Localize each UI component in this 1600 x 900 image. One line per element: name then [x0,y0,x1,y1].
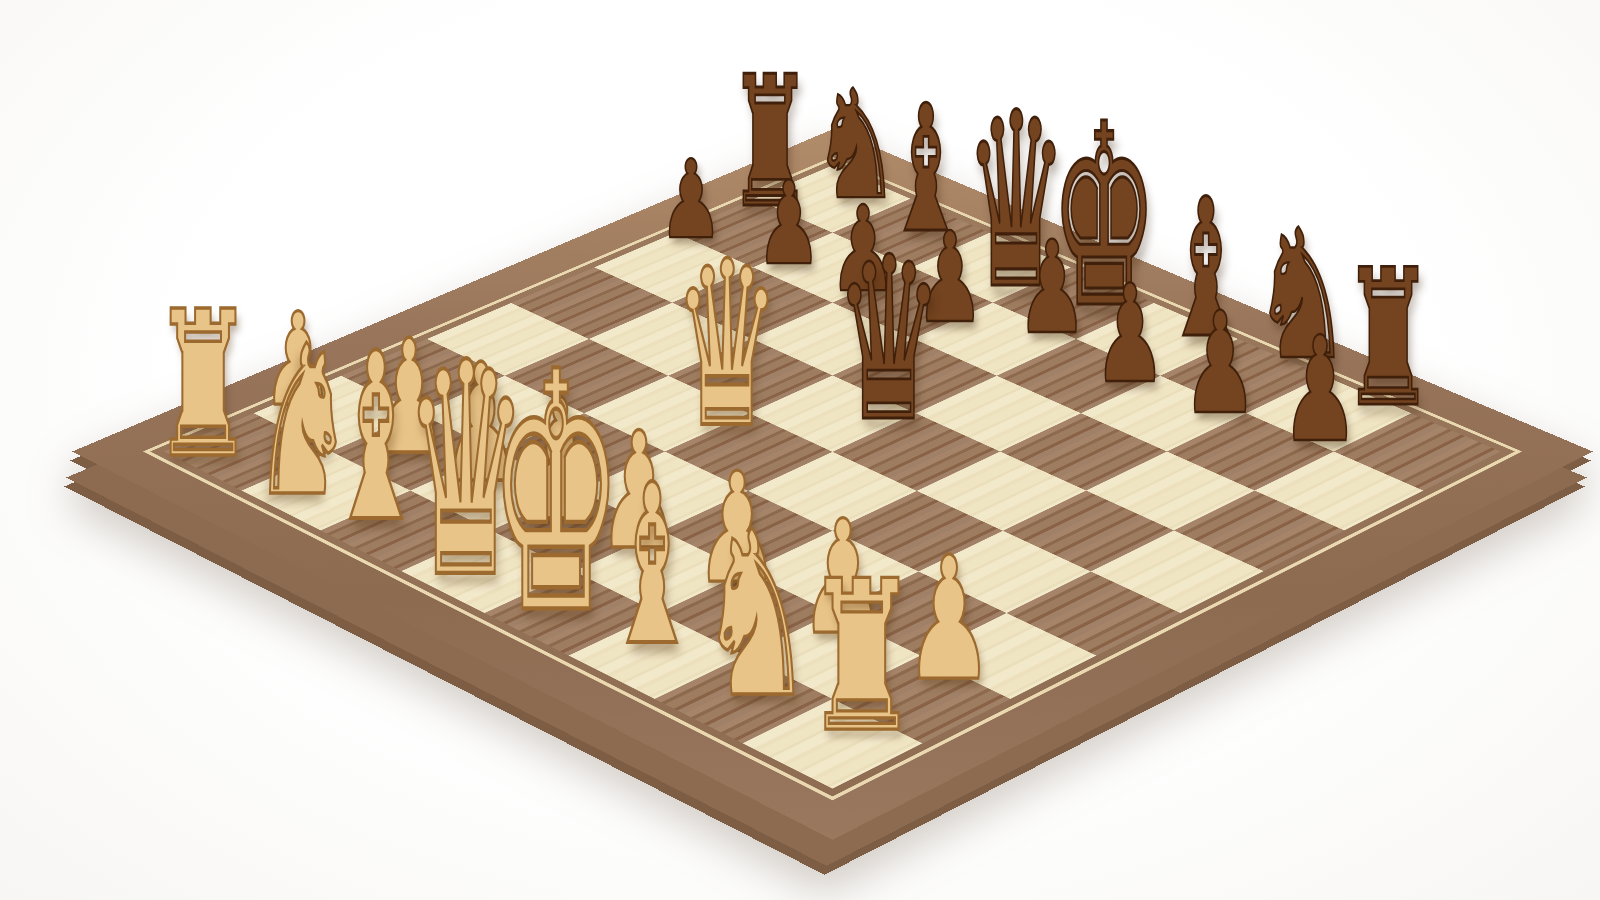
piece-white-queen-d4[interactable]: ♛ [673,232,781,460]
piece-white-rook-a1[interactable]: ♜ [151,285,254,486]
piece-white-bishop-f1[interactable]: ♝ [605,457,699,678]
piece-white-king-e1[interactable]: ♚ [489,329,623,659]
piece-white-knight-g1[interactable]: ♞ [698,501,815,729]
piece-black-pawn-f7[interactable]: ♟ [1093,267,1167,402]
piece-black-pawn-e7[interactable]: ♟ [1016,225,1088,353]
piece-black-pawn-g7[interactable]: ♟ [1182,293,1258,433]
chess-set-photo: ♜♞♝♛♚♝♞♜♟♟♟♟♟♟♟♟♛♛♜♞♝♛♚♝♞♜♟♟♟♟♟♟♟♟ [0,0,1600,900]
piece-white-rook-h1[interactable]: ♜ [804,553,921,761]
piece-black-pawn-h7[interactable]: ♟ [1281,318,1360,463]
piece-black-queen-e5[interactable]: ♛ [834,227,943,453]
